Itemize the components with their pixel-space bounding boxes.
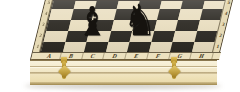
rank-label-1: 1	[214, 44, 222, 49]
rank-label-4: 4	[222, 11, 230, 16]
rank-label-2: 2	[216, 33, 224, 38]
file-label-h: H	[190, 53, 213, 59]
chess-box-photo: 12345 12345 ABCDEFGH ♝♞	[0, 0, 240, 92]
square-f5[interactable]	[159, 1, 182, 9]
corner-cell	[212, 53, 220, 59]
file-label-c: C	[82, 53, 105, 59]
square-a4[interactable]	[49, 9, 73, 20]
left-latch-icon	[56, 57, 72, 85]
piece-black-bishop-c3[interactable]: ♝	[71, 1, 114, 41]
rank-label-3: 3	[219, 22, 227, 27]
square-g5[interactable]	[181, 1, 204, 9]
box-front-face	[30, 60, 217, 85]
latch-diamond	[58, 65, 71, 78]
right-latch-icon	[166, 57, 182, 85]
file-label-e: E	[125, 53, 148, 59]
square-a2[interactable]	[43, 31, 67, 42]
square-g2[interactable]	[172, 31, 196, 42]
piece-black-knight-e3[interactable]: ♞	[119, 0, 162, 42]
file-label-d: D	[103, 53, 126, 59]
square-a3[interactable]	[46, 20, 70, 31]
square-g3[interactable]	[175, 20, 199, 31]
rank-label-5: 5	[225, 0, 233, 5]
square-g4[interactable]	[178, 9, 202, 20]
latch-diamond	[168, 65, 181, 78]
